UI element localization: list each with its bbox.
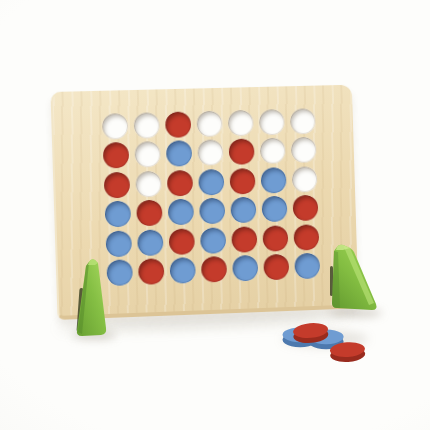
loose-discs: ●●●●●●●●: [278, 312, 374, 360]
red-disc: ●: [103, 142, 130, 169]
blue-disc-cell-r6c7: ●: [294, 253, 320, 279]
blue-disc-cell-r5c4: ●: [200, 227, 226, 254]
blue-disc-cell-r4c6: ●: [262, 196, 288, 222]
empty-hole-r1c7: [290, 108, 316, 134]
empty-hole-r1c1: [102, 113, 129, 140]
product-photo-scene: ●●●●●●●●●●●●●●●●●●●●●●●●●●●●●●: [0, 0, 430, 430]
red-disc: ●: [136, 200, 162, 227]
blue-disc: ●: [106, 230, 133, 257]
red-disc-cell-r5c6: ●: [262, 225, 288, 251]
blue-disc-cell-r2c3: ●: [166, 140, 192, 167]
red-disc-cell-r3c5: ●: [229, 168, 255, 194]
blue-disc: ●: [200, 227, 226, 254]
blue-disc-cell-r3c6: ●: [261, 167, 287, 193]
red-disc: ●: [263, 254, 289, 281]
red-disc: ●: [293, 195, 319, 221]
blue-disc-cell-r4c3: ●: [168, 199, 194, 226]
blue-disc-cell-r5c1: ●: [106, 230, 133, 257]
empty-hole-r1c5: [228, 110, 254, 136]
red-disc-cell-r5c5: ●: [231, 226, 257, 253]
red-disc: ●: [138, 258, 164, 285]
red-disc: ●: [229, 139, 255, 165]
blue-disc: ●: [168, 199, 194, 226]
empty-hole-r3c7: [292, 166, 318, 192]
red-disc: ●: [201, 256, 227, 283]
blue-disc: ●: [170, 257, 196, 284]
empty-hole-r1c2: [133, 112, 159, 139]
blue-disc-cell-r4c4: ●: [199, 198, 225, 225]
empty-hole-r2c2: [134, 141, 160, 168]
red-disc: ●: [104, 172, 131, 199]
red-disc: ●: [169, 228, 195, 255]
blue-disc: ●: [230, 197, 256, 223]
blue-disc: ●: [261, 167, 287, 193]
red-disc-cell-r4c2: ●: [136, 200, 162, 227]
red-disc: ●: [165, 111, 191, 137]
red-loose-disc: ●●: [289, 312, 327, 339]
left-stand-wedge-icon: [73, 257, 111, 339]
blue-disc: ●: [198, 169, 224, 195]
red-disc-cell-r2c5: ●: [229, 139, 255, 165]
red-disc: ●: [167, 170, 193, 197]
red-disc-cell-r6c2: ●: [138, 258, 164, 285]
red-disc-cell-r5c3: ●: [169, 228, 195, 255]
blue-disc: ●: [105, 201, 132, 228]
red-disc: ●: [293, 224, 319, 250]
red-loose-disc-face: ●: [289, 318, 327, 340]
blue-disc: ●: [166, 140, 192, 167]
blue-disc-cell-r3c4: ●: [198, 169, 224, 195]
red-disc-cell-r2c1: ●: [103, 142, 130, 169]
red-disc-cell-r6c6: ●: [263, 254, 289, 281]
red-disc-cell-r5c7: ●: [293, 224, 319, 250]
blue-disc-cell-r4c1: ●: [105, 201, 132, 228]
left-stand: [73, 257, 111, 339]
red-disc: ●: [229, 168, 255, 194]
blue-disc: ●: [262, 196, 288, 222]
empty-hole-r2c6: [260, 138, 286, 164]
empty-hole-r2c7: [291, 137, 317, 163]
blue-disc: ●: [232, 255, 258, 282]
blue-disc-cell-r5c2: ●: [137, 229, 163, 256]
red-disc-cell-r3c3: ●: [167, 170, 193, 197]
empty-hole-r1c6: [259, 109, 285, 135]
red-disc-cell-r1c3: ●: [165, 111, 191, 137]
red-disc-cell-r4c7: ●: [293, 195, 319, 221]
right-stand-wedge-icon: [329, 243, 379, 317]
blue-disc-cell-r6c3: ●: [170, 257, 196, 284]
empty-hole-r3c2: [135, 171, 161, 198]
blue-disc: ●: [137, 229, 163, 256]
red-loose-disc-face: ●: [327, 337, 364, 359]
red-disc: ●: [231, 226, 257, 253]
empty-hole-r2c4: [197, 140, 223, 166]
board-grid: ●●●●●●●●●●●●●●●●●●●●●●●●●●●●●●: [99, 106, 323, 288]
blue-disc-cell-r4c5: ●: [230, 197, 256, 223]
empty-hole-r1c4: [196, 110, 222, 136]
red-disc-cell-r6c4: ●: [201, 256, 227, 283]
red-disc-cell-r3c1: ●: [104, 172, 131, 199]
right-stand: [329, 243, 379, 317]
blue-disc: ●: [294, 253, 320, 279]
red-disc: ●: [262, 225, 288, 251]
blue-disc: ●: [199, 198, 225, 225]
red-loose-disc: ●●: [326, 332, 364, 358]
blue-disc-cell-r6c5: ●: [232, 255, 258, 282]
